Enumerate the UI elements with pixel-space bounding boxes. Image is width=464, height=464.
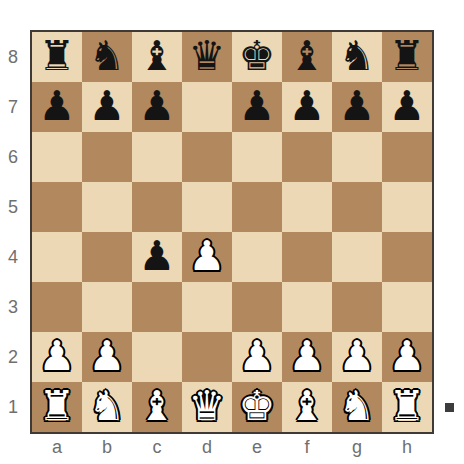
square-e2[interactable]: ♟ [232,332,282,382]
square-d2[interactable] [182,332,232,382]
square-b6[interactable] [82,132,132,182]
square-c3[interactable] [132,282,182,332]
black-king-e8[interactable]: ♚ [239,36,276,77]
black-knight-b8[interactable]: ♞ [89,36,126,77]
black-bishop-f8[interactable]: ♝ [289,36,326,77]
square-h8[interactable]: ♜ [382,32,432,82]
square-e7[interactable]: ♟ [232,82,282,132]
file-label-e: e [232,433,282,461]
square-d4[interactable]: ♟ [182,232,232,282]
square-d8[interactable]: ♛ [182,32,232,82]
file-label-b: b [82,433,132,461]
file-label-g: g [332,433,382,461]
rank-label-3: 3 [0,282,26,332]
black-pawn-c7[interactable]: ♟ [139,86,176,127]
square-e3[interactable] [232,282,282,332]
square-a3[interactable] [32,282,82,332]
black-pawn-e7[interactable]: ♟ [239,86,276,127]
square-g6[interactable] [332,132,382,182]
square-d6[interactable] [182,132,232,182]
square-d1[interactable]: ♛ [182,382,232,432]
rank-labels: 87654321 [0,32,26,432]
square-g5[interactable] [332,182,382,232]
white-pawn-e2[interactable]: ♟ [239,336,276,377]
rank-label-2: 2 [0,332,26,382]
square-a5[interactable] [32,182,82,232]
file-label-f: f [282,433,332,461]
square-e8[interactable]: ♚ [232,32,282,82]
square-c2[interactable] [132,332,182,382]
square-h2[interactable]: ♟ [382,332,432,382]
square-e1[interactable]: ♚ [232,382,282,432]
square-a4[interactable] [32,232,82,282]
square-c6[interactable] [132,132,182,182]
square-b8[interactable]: ♞ [82,32,132,82]
file-labels: abcdefgh [32,433,432,461]
square-h6[interactable] [382,132,432,182]
file-label-a: a [32,433,82,461]
square-g8[interactable]: ♞ [332,32,382,82]
square-e4[interactable] [232,232,282,282]
square-f3[interactable] [282,282,332,332]
square-e5[interactable] [232,182,282,232]
white-pawn-f2[interactable]: ♟ [289,336,326,377]
square-e6[interactable] [232,132,282,182]
rank-label-4: 4 [0,232,26,282]
file-label-c: c [132,433,182,461]
square-d3[interactable] [182,282,232,332]
square-c7[interactable]: ♟ [132,82,182,132]
square-h7[interactable]: ♟ [382,82,432,132]
square-h5[interactable] [382,182,432,232]
rank-label-8: 8 [0,32,26,82]
square-c5[interactable] [132,182,182,232]
square-f2[interactable]: ♟ [282,332,332,382]
file-label-d: d [182,433,232,461]
square-b2[interactable]: ♟ [82,332,132,382]
white-rook-a1[interactable]: ♜ [39,386,76,427]
rank-label-5: 5 [0,182,26,232]
square-f5[interactable] [282,182,332,232]
white-knight-g1[interactable]: ♞ [339,386,376,427]
square-c4[interactable]: ♟ [132,232,182,282]
square-c8[interactable]: ♝ [132,32,182,82]
chess-board-panel: 87654321 ♜♞♝♛♚♝♞♜♟♟♟♟♟♟♟♟♟♟♟♟♟♟♟♜♞♝♛♚♝♞♜… [0,0,464,464]
black-pawn-h7[interactable]: ♟ [389,86,426,127]
black-pawn-f7[interactable]: ♟ [289,86,326,127]
turn-indicator [445,403,454,412]
white-pawn-a2[interactable]: ♟ [39,336,76,377]
black-queen-d8[interactable]: ♛ [189,36,226,77]
square-d5[interactable] [182,182,232,232]
black-bishop-c8[interactable]: ♝ [139,36,176,77]
white-knight-b1[interactable]: ♞ [89,386,126,427]
square-f8[interactable]: ♝ [282,32,332,82]
black-rook-a8[interactable]: ♜ [39,36,76,77]
white-pawn-g2[interactable]: ♟ [339,336,376,377]
file-label-h: h [382,433,432,461]
square-h3[interactable] [382,282,432,332]
white-pawn-h2[interactable]: ♟ [389,336,426,377]
square-a8[interactable]: ♜ [32,32,82,82]
white-bishop-c1[interactable]: ♝ [139,386,176,427]
black-pawn-a7[interactable]: ♟ [39,86,76,127]
square-a2[interactable]: ♟ [32,332,82,382]
black-pawn-g7[interactable]: ♟ [339,86,376,127]
square-b5[interactable] [82,182,132,232]
square-a1[interactable]: ♜ [32,382,82,432]
square-g1[interactable]: ♞ [332,382,382,432]
square-h4[interactable] [382,232,432,282]
white-bishop-f1[interactable]: ♝ [289,386,326,427]
white-pawn-d4[interactable]: ♟ [189,236,226,277]
square-f1[interactable]: ♝ [282,382,332,432]
black-pawn-c4[interactable]: ♟ [139,236,176,277]
black-knight-g8[interactable]: ♞ [339,36,376,77]
square-b7[interactable]: ♟ [82,82,132,132]
white-rook-h1[interactable]: ♜ [389,386,426,427]
rank-label-6: 6 [0,132,26,182]
square-f6[interactable] [282,132,332,182]
chess-board: ♜♞♝♛♚♝♞♜♟♟♟♟♟♟♟♟♟♟♟♟♟♟♟♜♞♝♛♚♝♞♜ [30,30,434,434]
square-b1[interactable]: ♞ [82,382,132,432]
square-g4[interactable] [332,232,382,282]
square-f7[interactable]: ♟ [282,82,332,132]
square-g7[interactable]: ♟ [332,82,382,132]
white-king-e1[interactable]: ♚ [239,386,276,427]
square-b3[interactable] [82,282,132,332]
black-rook-h8[interactable]: ♜ [389,36,426,77]
black-pawn-b7[interactable]: ♟ [89,86,126,127]
rank-label-1: 1 [0,382,26,432]
white-queen-d1[interactable]: ♛ [189,386,226,427]
square-c1[interactable]: ♝ [132,382,182,432]
square-b4[interactable] [82,232,132,282]
square-h1[interactable]: ♜ [382,382,432,432]
square-g2[interactable]: ♟ [332,332,382,382]
square-a6[interactable] [32,132,82,182]
square-a7[interactable]: ♟ [32,82,82,132]
white-pawn-b2[interactable]: ♟ [89,336,126,377]
square-g3[interactable] [332,282,382,332]
rank-label-7: 7 [0,82,26,132]
square-d7[interactable] [182,82,232,132]
square-f4[interactable] [282,232,332,282]
